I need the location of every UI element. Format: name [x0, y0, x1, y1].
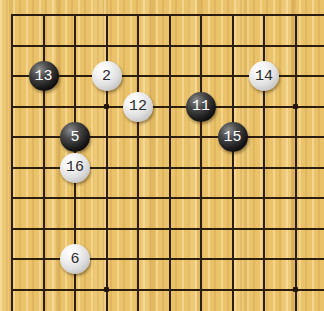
stone-move-2: 2 [92, 61, 122, 91]
move-number: 11 [192, 99, 210, 114]
stone-move-6: 6 [60, 244, 90, 274]
go-board[interactable]: 256111213141516 [0, 0, 324, 311]
stone-move-11: 11 [186, 92, 216, 122]
stone-move-14: 14 [249, 61, 279, 91]
stone-move-12: 12 [123, 92, 153, 122]
move-number: 16 [66, 160, 84, 175]
move-number: 14 [255, 69, 273, 84]
move-number: 2 [102, 69, 111, 84]
stones-layer: 256111213141516 [0, 0, 324, 311]
stone-move-5: 5 [60, 122, 90, 152]
stone-move-16: 16 [60, 153, 90, 183]
move-number: 15 [223, 130, 241, 145]
move-number: 13 [34, 69, 52, 84]
stone-move-13: 13 [29, 61, 59, 91]
move-number: 12 [129, 99, 147, 114]
move-number: 5 [70, 130, 79, 145]
move-number: 6 [70, 252, 79, 267]
stone-move-15: 15 [218, 122, 248, 152]
